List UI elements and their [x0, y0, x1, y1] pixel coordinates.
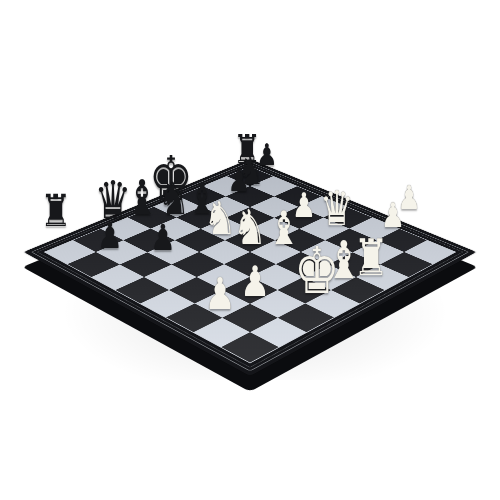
piece-white-queen-e7: ♛	[320, 184, 354, 232]
chess-set-photo: ♜♟♞♟♚♟♝♞♝♟♛♛♜♟♞♞♝♟♟♜♝♚♟♟	[0, 0, 500, 500]
piece-black-rook-a2: ♜	[40, 189, 72, 233]
piece-white-pawn-f3: ♟	[240, 261, 270, 303]
piece-white-knight-d5: ♞	[204, 195, 237, 241]
piece-white-pawn-f8: ♟	[381, 198, 405, 232]
piece-black-knight-b5: ♞	[158, 176, 190, 221]
piece-white-king-g3: ♚	[294, 239, 340, 303]
piece-black-pawn-b2: ♟	[97, 218, 123, 254]
piece-black-pawn-c3: ♟	[150, 220, 176, 256]
piece-white-knight-e5: ♞	[233, 203, 267, 251]
piece-white-pawn-e2: ♟	[204, 272, 236, 316]
pieces-layer: ♜♟♞♟♚♟♝♞♝♟♛♛♜♟♞♞♝♟♟♜♝♚♟♟	[0, 0, 500, 500]
